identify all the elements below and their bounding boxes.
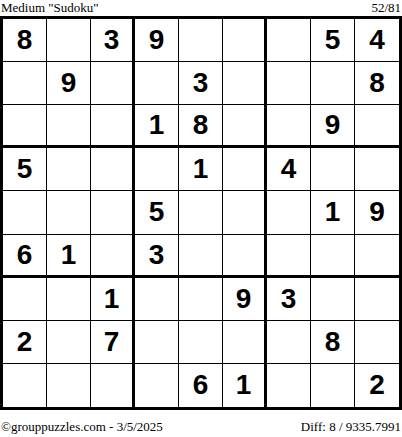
cell-r1c7-empty[interactable]	[267, 19, 311, 62]
cell-r7c2-empty[interactable]	[47, 278, 91, 321]
cell-r2c8-empty[interactable]	[311, 62, 355, 105]
cell-r1c9-given: 4	[355, 19, 399, 62]
cell-r7c3-given: 1	[91, 278, 135, 321]
footer: ©grouppuzzles.com - 3/5/2025 Diff: 8 / 9…	[0, 420, 402, 434]
cell-r7c9-empty[interactable]	[355, 278, 399, 321]
cell-r9c4-empty[interactable]	[135, 364, 179, 407]
cell-r9c7-empty[interactable]	[267, 364, 311, 407]
cell-r8c1-given: 2	[3, 321, 47, 364]
cell-r8c5-empty[interactable]	[179, 321, 223, 364]
cell-r3c6-empty[interactable]	[223, 105, 267, 148]
cell-r6c1-given: 6	[3, 235, 47, 278]
cell-r6c4-given: 3	[135, 235, 179, 278]
cell-r9c8-empty[interactable]	[311, 364, 355, 407]
cell-r1c5-empty[interactable]	[179, 19, 223, 62]
cell-r2c5-given: 3	[179, 62, 223, 105]
cell-r6c6-empty[interactable]	[223, 235, 267, 278]
cell-r3c1-empty[interactable]	[3, 105, 47, 148]
cell-r5c4-given: 5	[135, 191, 179, 234]
cell-r5c7-empty[interactable]	[267, 191, 311, 234]
cell-r3c8-given: 9	[311, 105, 355, 148]
cell-r5c6-empty[interactable]	[223, 191, 267, 234]
cell-r6c8-empty[interactable]	[311, 235, 355, 278]
puzzle-title: Medium "Sudoku"	[1, 1, 99, 15]
cell-r1c4-given: 9	[135, 19, 179, 62]
cell-r3c9-empty[interactable]	[355, 105, 399, 148]
cell-r5c8-given: 1	[311, 191, 355, 234]
cell-r4c1-given: 5	[3, 148, 47, 191]
cell-r1c3-given: 3	[91, 19, 135, 62]
cell-r1c6-empty[interactable]	[223, 19, 267, 62]
cell-r2c3-empty[interactable]	[91, 62, 135, 105]
cell-r1c2-empty[interactable]	[47, 19, 91, 62]
cell-r4c8-empty[interactable]	[311, 148, 355, 191]
cell-r8c3-given: 7	[91, 321, 135, 364]
cell-r4c2-empty[interactable]	[47, 148, 91, 191]
cell-r6c2-given: 1	[47, 235, 91, 278]
cell-r9c6-given: 1	[223, 364, 267, 407]
cell-r5c5-empty[interactable]	[179, 191, 223, 234]
cell-r3c7-empty[interactable]	[267, 105, 311, 148]
cell-r4c5-given: 1	[179, 148, 223, 191]
copyright-text: ©grouppuzzles.com - 3/5/2025	[1, 420, 163, 434]
cell-r9c9-given: 2	[355, 364, 399, 407]
cell-r3c3-empty[interactable]	[91, 105, 135, 148]
cell-r4c7-given: 4	[267, 148, 311, 191]
cell-r8c9-empty[interactable]	[355, 321, 399, 364]
cell-r5c1-empty[interactable]	[3, 191, 47, 234]
cell-r4c3-empty[interactable]	[91, 148, 135, 191]
cell-r2c2-given: 9	[47, 62, 91, 105]
cell-r4c9-empty[interactable]	[355, 148, 399, 191]
cell-r4c4-empty[interactable]	[135, 148, 179, 191]
cell-r7c6-given: 9	[223, 278, 267, 321]
cell-r2c4-empty[interactable]	[135, 62, 179, 105]
cell-r6c5-empty[interactable]	[179, 235, 223, 278]
cell-r8c6-empty[interactable]	[223, 321, 267, 364]
cell-r6c7-empty[interactable]	[267, 235, 311, 278]
cell-r2c7-empty[interactable]	[267, 62, 311, 105]
header: Medium "Sudoku" 52/81	[0, 0, 402, 16]
cell-r5c9-given: 9	[355, 191, 399, 234]
empty-cell-counter: 52/81	[371, 1, 401, 15]
cell-r9c5-given: 6	[179, 364, 223, 407]
cell-r3c4-given: 1	[135, 105, 179, 148]
cell-r5c2-empty[interactable]	[47, 191, 91, 234]
cell-r1c1-given: 8	[3, 19, 47, 62]
cell-r8c7-empty[interactable]	[267, 321, 311, 364]
cell-r9c3-empty[interactable]	[91, 364, 135, 407]
cell-r7c1-empty[interactable]	[3, 278, 47, 321]
cell-r7c7-given: 3	[267, 278, 311, 321]
cell-r7c8-empty[interactable]	[311, 278, 355, 321]
cell-r1c8-given: 5	[311, 19, 355, 62]
cell-r2c9-given: 8	[355, 62, 399, 105]
difficulty-text: Diff: 8 / 9335.7991	[301, 420, 401, 434]
sudoku-board: 83954938189514519613193278612	[0, 16, 402, 410]
cell-r6c3-empty[interactable]	[91, 235, 135, 278]
cell-r6c9-empty[interactable]	[355, 235, 399, 278]
cell-r7c5-empty[interactable]	[179, 278, 223, 321]
cell-r8c2-empty[interactable]	[47, 321, 91, 364]
cell-r5c3-empty[interactable]	[91, 191, 135, 234]
cell-r2c1-empty[interactable]	[3, 62, 47, 105]
cell-r8c8-given: 8	[311, 321, 355, 364]
sudoku-page: Medium "Sudoku" 52/81 839549381895145196…	[0, 0, 402, 437]
cell-r9c2-empty[interactable]	[47, 364, 91, 407]
cell-r9c1-empty[interactable]	[3, 364, 47, 407]
cell-r7c4-empty[interactable]	[135, 278, 179, 321]
cell-r2c6-empty[interactable]	[223, 62, 267, 105]
cell-r3c5-given: 8	[179, 105, 223, 148]
cell-r4c6-empty[interactable]	[223, 148, 267, 191]
cell-r3c2-empty[interactable]	[47, 105, 91, 148]
cell-r8c4-empty[interactable]	[135, 321, 179, 364]
